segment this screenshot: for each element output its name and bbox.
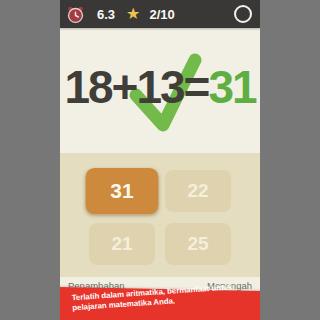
star-icon: ★ (126, 6, 140, 22)
choice-button-22[interactable]: 22 (165, 170, 231, 212)
choices-grid: 31 22 21 25 (89, 170, 231, 265)
equation-area: 18+13=31 (60, 28, 260, 153)
app-screen: 6.3 ★ 2/10 18+13=31 31 22 21 25 Penambah… (60, 0, 260, 320)
pause-button[interactable] (234, 5, 252, 23)
timer-value: 6.3 (97, 7, 115, 22)
equation-lhs: 18+13= (64, 61, 208, 113)
choice-button-31[interactable]: 31 (86, 168, 159, 214)
alarm-clock-icon (66, 5, 85, 24)
answers-panel: 31 22 21 25 (60, 153, 260, 277)
header-bar: 6.3 ★ 2/10 (60, 0, 260, 28)
choice-button-25[interactable]: 25 (165, 223, 231, 265)
equation-text: 18+13=31 (60, 63, 260, 111)
equation-answer: 31 (208, 61, 255, 113)
promo-banner[interactable]: Terlatih dalam aritmatika, bermanfaat un… (60, 287, 260, 320)
choice-button-21[interactable]: 21 (89, 223, 155, 265)
progress-counter: 2/10 (149, 7, 174, 22)
